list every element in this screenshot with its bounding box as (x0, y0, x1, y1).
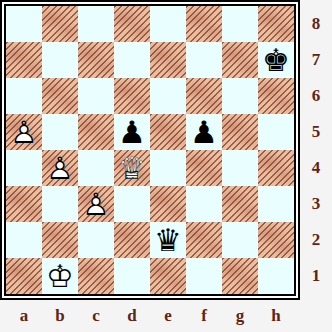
file-labels: abcdefgh (6, 300, 294, 332)
square-g8[interactable] (222, 6, 258, 42)
square-d5[interactable]: ♟ (114, 114, 150, 150)
white-pawn-icon: ♙ (6, 114, 42, 150)
square-a2[interactable] (6, 222, 42, 258)
rank-label-2: 2 (300, 222, 332, 258)
square-b2[interactable] (42, 222, 78, 258)
square-h1[interactable] (258, 258, 294, 294)
square-b3[interactable] (42, 186, 78, 222)
square-g5[interactable] (222, 114, 258, 150)
square-g7[interactable] (222, 42, 258, 78)
square-d2[interactable] (114, 222, 150, 258)
square-d1[interactable] (114, 258, 150, 294)
square-h6[interactable] (258, 78, 294, 114)
square-d8[interactable] (114, 6, 150, 42)
chess-diagram: ♚♟♙♟♟♟♙♛♕♟♙♛♚♔ 87654321 abcdefgh (0, 0, 332, 332)
white-pawn-icon: ♙ (78, 186, 114, 222)
square-f6[interactable] (186, 78, 222, 114)
black-pawn-icon: ♟ (186, 114, 222, 150)
black-queen[interactable]: ♛ (150, 222, 186, 258)
file-label-g: g (222, 300, 258, 332)
square-a4[interactable] (6, 150, 42, 186)
white-pawn[interactable]: ♟♙ (42, 150, 78, 186)
square-b7[interactable] (42, 42, 78, 78)
square-c1[interactable] (78, 258, 114, 294)
file-label-c: c (78, 300, 114, 332)
square-g4[interactable] (222, 150, 258, 186)
square-b6[interactable] (42, 78, 78, 114)
file-label-b: b (42, 300, 78, 332)
square-c4[interactable] (78, 150, 114, 186)
square-c3[interactable]: ♟♙ (78, 186, 114, 222)
square-d6[interactable] (114, 78, 150, 114)
square-d3[interactable] (114, 186, 150, 222)
square-g2[interactable] (222, 222, 258, 258)
square-h3[interactable] (258, 186, 294, 222)
square-b5[interactable] (42, 114, 78, 150)
rank-label-6: 6 (300, 78, 332, 114)
file-label-e: e (150, 300, 186, 332)
square-e8[interactable] (150, 6, 186, 42)
white-pawn[interactable]: ♟♙ (78, 186, 114, 222)
square-b1[interactable]: ♚♔ (42, 258, 78, 294)
square-f1[interactable] (186, 258, 222, 294)
white-king-icon: ♔ (42, 258, 78, 294)
square-e5[interactable] (150, 114, 186, 150)
square-h7[interactable]: ♚ (258, 42, 294, 78)
square-c5[interactable] (78, 114, 114, 150)
square-c6[interactable] (78, 78, 114, 114)
square-h4[interactable] (258, 150, 294, 186)
rank-labels: 87654321 (300, 6, 332, 294)
black-pawn[interactable]: ♟ (114, 114, 150, 150)
square-f2[interactable] (186, 222, 222, 258)
white-king[interactable]: ♚♔ (42, 258, 78, 294)
rank-label-5: 5 (300, 114, 332, 150)
square-a5[interactable]: ♟♙ (6, 114, 42, 150)
square-e2[interactable]: ♛ (150, 222, 186, 258)
square-e3[interactable] (150, 186, 186, 222)
square-c7[interactable] (78, 42, 114, 78)
square-d7[interactable] (114, 42, 150, 78)
square-a3[interactable] (6, 186, 42, 222)
file-label-f: f (186, 300, 222, 332)
square-a6[interactable] (6, 78, 42, 114)
square-b4[interactable]: ♟♙ (42, 150, 78, 186)
white-queen-icon: ♕ (114, 150, 150, 186)
rank-label-3: 3 (300, 186, 332, 222)
square-f4[interactable] (186, 150, 222, 186)
square-g6[interactable] (222, 78, 258, 114)
square-e6[interactable] (150, 78, 186, 114)
square-c2[interactable] (78, 222, 114, 258)
square-d4[interactable]: ♛♕ (114, 150, 150, 186)
square-f7[interactable] (186, 42, 222, 78)
square-a1[interactable] (6, 258, 42, 294)
chess-board: ♚♟♙♟♟♟♙♛♕♟♙♛♚♔ (6, 6, 294, 294)
square-a7[interactable] (6, 42, 42, 78)
square-e1[interactable] (150, 258, 186, 294)
square-f5[interactable]: ♟ (186, 114, 222, 150)
square-b8[interactable] (42, 6, 78, 42)
white-queen[interactable]: ♛♕ (114, 150, 150, 186)
rank-label-1: 1 (300, 258, 332, 294)
square-f8[interactable] (186, 6, 222, 42)
white-pawn-icon: ♙ (42, 150, 78, 186)
file-label-h: h (258, 300, 294, 332)
square-h2[interactable] (258, 222, 294, 258)
board-inner-frame: ♚♟♙♟♟♟♙♛♕♟♙♛♚♔ (4, 4, 296, 296)
rank-label-8: 8 (300, 6, 332, 42)
white-pawn[interactable]: ♟♙ (6, 114, 42, 150)
square-e7[interactable] (150, 42, 186, 78)
board-frame: ♚♟♙♟♟♟♙♛♕♟♙♛♚♔ (0, 0, 300, 300)
square-a8[interactable] (6, 6, 42, 42)
black-king[interactable]: ♚ (258, 42, 294, 78)
black-queen-icon: ♛ (150, 222, 186, 258)
black-pawn-icon: ♟ (114, 114, 150, 150)
square-f3[interactable] (186, 186, 222, 222)
square-h8[interactable] (258, 6, 294, 42)
black-king-icon: ♚ (258, 42, 294, 78)
square-g3[interactable] (222, 186, 258, 222)
square-h5[interactable] (258, 114, 294, 150)
square-e4[interactable] (150, 150, 186, 186)
rank-label-7: 7 (300, 42, 332, 78)
file-label-a: a (6, 300, 42, 332)
rank-label-4: 4 (300, 150, 332, 186)
square-c8[interactable] (78, 6, 114, 42)
black-pawn[interactable]: ♟ (186, 114, 222, 150)
square-g1[interactable] (222, 258, 258, 294)
file-label-d: d (114, 300, 150, 332)
